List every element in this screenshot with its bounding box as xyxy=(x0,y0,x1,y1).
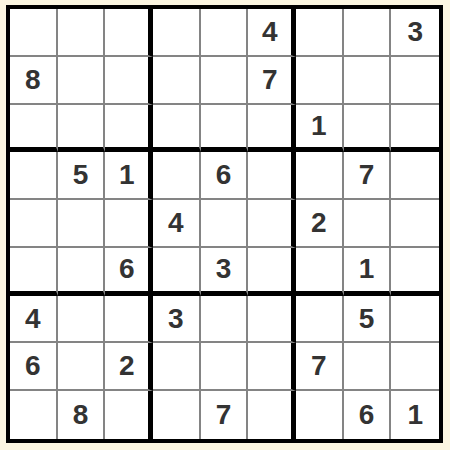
cell-r5c2-empty[interactable] xyxy=(58,200,106,248)
cell-r2c6-given: 7 xyxy=(248,57,296,105)
cell-r4c7-empty[interactable] xyxy=(296,152,344,200)
cell-r3c6-empty[interactable] xyxy=(248,105,296,153)
cell-r4c1-empty[interactable] xyxy=(10,152,58,200)
cell-r5c3-empty[interactable] xyxy=(105,200,153,248)
cell-r3c5-empty[interactable] xyxy=(201,105,249,153)
cell-r7c9-empty[interactable] xyxy=(391,296,439,344)
cell-r2c9-empty[interactable] xyxy=(391,57,439,105)
cell-r4c6-empty[interactable] xyxy=(248,152,296,200)
cell-r8c1-given: 6 xyxy=(10,343,58,391)
cell-r3c3-empty[interactable] xyxy=(105,105,153,153)
cell-r1c3-empty[interactable] xyxy=(105,9,153,57)
cell-r7c7-empty[interactable] xyxy=(296,296,344,344)
cell-r3c1-empty[interactable] xyxy=(10,105,58,153)
cell-r5c4-given: 4 xyxy=(153,200,201,248)
cell-r8c5-empty[interactable] xyxy=(201,343,249,391)
cell-r2c8-empty[interactable] xyxy=(344,57,392,105)
cell-r3c2-empty[interactable] xyxy=(58,105,106,153)
cell-r9c8-given: 6 xyxy=(344,391,392,439)
cell-r3c7-given: 1 xyxy=(296,105,344,153)
cell-r3c4-empty[interactable] xyxy=(153,105,201,153)
cell-r6c2-empty[interactable] xyxy=(58,248,106,296)
cell-r4c3-given: 1 xyxy=(105,152,153,200)
cell-r1c4-empty[interactable] xyxy=(153,9,201,57)
cell-r5c6-empty[interactable] xyxy=(248,200,296,248)
cell-r7c6-empty[interactable] xyxy=(248,296,296,344)
cell-r9c4-empty[interactable] xyxy=(153,391,201,439)
cell-r4c2-given: 5 xyxy=(58,152,106,200)
cell-r1c6-given: 4 xyxy=(248,9,296,57)
cell-r1c7-empty[interactable] xyxy=(296,9,344,57)
cell-r1c2-empty[interactable] xyxy=(58,9,106,57)
cell-r6c5-given: 3 xyxy=(201,248,249,296)
cell-r1c5-empty[interactable] xyxy=(201,9,249,57)
cell-r5c9-empty[interactable] xyxy=(391,200,439,248)
cell-r3c8-empty[interactable] xyxy=(344,105,392,153)
cell-r2c2-empty[interactable] xyxy=(58,57,106,105)
cell-r4c8-given: 7 xyxy=(344,152,392,200)
cell-r8c9-empty[interactable] xyxy=(391,343,439,391)
cell-r5c7-given: 2 xyxy=(296,200,344,248)
cell-r8c8-empty[interactable] xyxy=(344,343,392,391)
cell-r2c3-empty[interactable] xyxy=(105,57,153,105)
cell-r9c6-empty[interactable] xyxy=(248,391,296,439)
sudoku-board: 438715167426314356278761 xyxy=(6,5,443,443)
cell-r7c2-empty[interactable] xyxy=(58,296,106,344)
cell-r9c1-empty[interactable] xyxy=(10,391,58,439)
cell-r6c4-empty[interactable] xyxy=(153,248,201,296)
cell-r6c9-empty[interactable] xyxy=(391,248,439,296)
cell-r8c6-empty[interactable] xyxy=(248,343,296,391)
cell-r4c9-empty[interactable] xyxy=(391,152,439,200)
cell-r6c1-empty[interactable] xyxy=(10,248,58,296)
cell-r6c3-given: 6 xyxy=(105,248,153,296)
cell-r7c8-given: 5 xyxy=(344,296,392,344)
cell-r6c8-given: 1 xyxy=(344,248,392,296)
cell-r7c5-empty[interactable] xyxy=(201,296,249,344)
cell-r2c1-given: 8 xyxy=(10,57,58,105)
cell-r6c6-empty[interactable] xyxy=(248,248,296,296)
cell-r9c3-empty[interactable] xyxy=(105,391,153,439)
cell-r2c5-empty[interactable] xyxy=(201,57,249,105)
cell-r2c7-empty[interactable] xyxy=(296,57,344,105)
cell-r8c3-given: 2 xyxy=(105,343,153,391)
cell-r9c9-given: 1 xyxy=(391,391,439,439)
cell-r1c9-given: 3 xyxy=(391,9,439,57)
cell-r2c4-empty[interactable] xyxy=(153,57,201,105)
cell-r4c4-empty[interactable] xyxy=(153,152,201,200)
cell-r9c2-given: 8 xyxy=(58,391,106,439)
cell-r1c1-empty[interactable] xyxy=(10,9,58,57)
cell-r8c4-empty[interactable] xyxy=(153,343,201,391)
cell-r9c5-given: 7 xyxy=(201,391,249,439)
cell-r5c8-empty[interactable] xyxy=(344,200,392,248)
cell-r3c9-empty[interactable] xyxy=(391,105,439,153)
cell-r7c3-empty[interactable] xyxy=(105,296,153,344)
cell-r7c4-given: 3 xyxy=(153,296,201,344)
cell-r8c7-given: 7 xyxy=(296,343,344,391)
cell-r6c7-empty[interactable] xyxy=(296,248,344,296)
cell-r9c7-empty[interactable] xyxy=(296,391,344,439)
cell-r8c2-empty[interactable] xyxy=(58,343,106,391)
cell-r5c1-empty[interactable] xyxy=(10,200,58,248)
cell-r4c5-given: 6 xyxy=(201,152,249,200)
cell-r7c1-given: 4 xyxy=(10,296,58,344)
cell-r1c8-empty[interactable] xyxy=(344,9,392,57)
cell-r5c5-empty[interactable] xyxy=(201,200,249,248)
